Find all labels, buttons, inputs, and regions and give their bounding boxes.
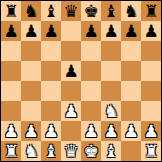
- square-d1[interactable]: ♛: [61, 141, 81, 161]
- square-a1[interactable]: ♜: [1, 141, 21, 161]
- square-b4[interactable]: [21, 81, 41, 101]
- square-e7[interactable]: ♟: [81, 21, 101, 41]
- square-e6[interactable]: [81, 41, 101, 61]
- black-bishop[interactable]: ♝: [103, 1, 118, 21]
- square-f4[interactable]: [101, 81, 121, 101]
- black-pawn[interactable]: ♟: [123, 21, 138, 41]
- square-b6[interactable]: [21, 41, 41, 61]
- white-pawn[interactable]: ♟: [103, 121, 118, 141]
- white-knight[interactable]: ♞: [23, 141, 38, 161]
- black-queen[interactable]: ♛: [63, 1, 78, 21]
- black-bishop[interactable]: ♝: [43, 1, 58, 21]
- square-g1[interactable]: [121, 141, 141, 161]
- white-pawn[interactable]: ♟: [123, 121, 138, 141]
- square-d4[interactable]: [61, 81, 81, 101]
- square-a6[interactable]: [1, 41, 21, 61]
- square-h2[interactable]: ♟: [141, 121, 161, 141]
- black-pawn[interactable]: ♟: [103, 21, 118, 41]
- white-rook[interactable]: ♜: [143, 141, 158, 161]
- square-d3[interactable]: ♟: [61, 101, 81, 121]
- square-e5[interactable]: [81, 61, 101, 81]
- white-bishop[interactable]: ♝: [43, 141, 58, 161]
- square-h1[interactable]: ♜: [141, 141, 161, 161]
- square-b3[interactable]: [21, 101, 41, 121]
- square-d6[interactable]: [61, 41, 81, 61]
- white-queen[interactable]: ♛: [63, 141, 78, 161]
- square-e8[interactable]: ♚: [81, 1, 101, 21]
- white-rook[interactable]: ♜: [3, 141, 18, 161]
- black-king[interactable]: ♚: [83, 1, 98, 21]
- square-c4[interactable]: [41, 81, 61, 101]
- black-pawn[interactable]: ♟: [3, 21, 18, 41]
- square-h8[interactable]: ♜: [141, 1, 161, 21]
- square-d2[interactable]: [61, 121, 81, 141]
- square-f6[interactable]: [101, 41, 121, 61]
- black-pawn[interactable]: ♟: [143, 21, 158, 41]
- square-a5[interactable]: [1, 61, 21, 81]
- square-f3[interactable]: ♞: [101, 101, 121, 121]
- square-a8[interactable]: ♜: [1, 1, 21, 21]
- black-rook[interactable]: ♜: [3, 1, 18, 21]
- square-h4[interactable]: [141, 81, 161, 101]
- chess-board: ♜♞♝♛♚♝♞♜♟♟♟♟♟♟♟♟♟♞♟♟♟♟♟♟♟♜♞♝♛♚♝♜: [0, 0, 162, 162]
- square-b5[interactable]: [21, 61, 41, 81]
- square-c2[interactable]: ♟: [41, 121, 61, 141]
- square-b8[interactable]: ♞: [21, 1, 41, 21]
- square-e2[interactable]: ♟: [81, 121, 101, 141]
- white-pawn[interactable]: ♟: [43, 121, 58, 141]
- square-g4[interactable]: [121, 81, 141, 101]
- square-a7[interactable]: ♟: [1, 21, 21, 41]
- square-f2[interactable]: ♟: [101, 121, 121, 141]
- square-c1[interactable]: ♝: [41, 141, 61, 161]
- square-c5[interactable]: [41, 61, 61, 81]
- square-a4[interactable]: [1, 81, 21, 101]
- black-knight[interactable]: ♞: [123, 1, 138, 21]
- square-g3[interactable]: [121, 101, 141, 121]
- square-f7[interactable]: ♟: [101, 21, 121, 41]
- square-d5[interactable]: ♟: [61, 61, 81, 81]
- square-d7[interactable]: [61, 21, 81, 41]
- square-a2[interactable]: ♟: [1, 121, 21, 141]
- black-rook[interactable]: ♜: [143, 1, 158, 21]
- black-knight[interactable]: ♞: [23, 1, 38, 21]
- square-c6[interactable]: [41, 41, 61, 61]
- square-e3[interactable]: [81, 101, 101, 121]
- white-pawn[interactable]: ♟: [3, 121, 18, 141]
- black-pawn[interactable]: ♟: [63, 61, 78, 81]
- white-knight[interactable]: ♞: [103, 101, 118, 121]
- square-h3[interactable]: [141, 101, 161, 121]
- square-b7[interactable]: ♟: [21, 21, 41, 41]
- square-g6[interactable]: [121, 41, 141, 61]
- white-pawn[interactable]: ♟: [23, 121, 38, 141]
- white-bishop[interactable]: ♝: [103, 141, 118, 161]
- board-grid: ♜♞♝♛♚♝♞♜♟♟♟♟♟♟♟♟♟♞♟♟♟♟♟♟♟♜♞♝♛♚♝♜: [1, 1, 161, 161]
- square-g8[interactable]: ♞: [121, 1, 141, 21]
- white-king[interactable]: ♚: [83, 141, 98, 161]
- black-pawn[interactable]: ♟: [83, 21, 98, 41]
- square-h5[interactable]: [141, 61, 161, 81]
- square-c7[interactable]: ♟: [41, 21, 61, 41]
- square-g7[interactable]: ♟: [121, 21, 141, 41]
- square-g5[interactable]: [121, 61, 141, 81]
- square-f1[interactable]: ♝: [101, 141, 121, 161]
- square-f5[interactable]: [101, 61, 121, 81]
- square-h6[interactable]: [141, 41, 161, 61]
- white-pawn[interactable]: ♟: [143, 121, 158, 141]
- white-pawn[interactable]: ♟: [63, 101, 78, 121]
- square-h7[interactable]: ♟: [141, 21, 161, 41]
- square-g2[interactable]: ♟: [121, 121, 141, 141]
- square-b1[interactable]: ♞: [21, 141, 41, 161]
- square-a3[interactable]: [1, 101, 21, 121]
- black-pawn[interactable]: ♟: [23, 21, 38, 41]
- white-pawn[interactable]: ♟: [83, 121, 98, 141]
- square-e4[interactable]: [81, 81, 101, 101]
- black-pawn[interactable]: ♟: [43, 21, 58, 41]
- square-c3[interactable]: [41, 101, 61, 121]
- square-e1[interactable]: ♚: [81, 141, 101, 161]
- square-d8[interactable]: ♛: [61, 1, 81, 21]
- square-f8[interactable]: ♝: [101, 1, 121, 21]
- square-b2[interactable]: ♟: [21, 121, 41, 141]
- square-c8[interactable]: ♝: [41, 1, 61, 21]
